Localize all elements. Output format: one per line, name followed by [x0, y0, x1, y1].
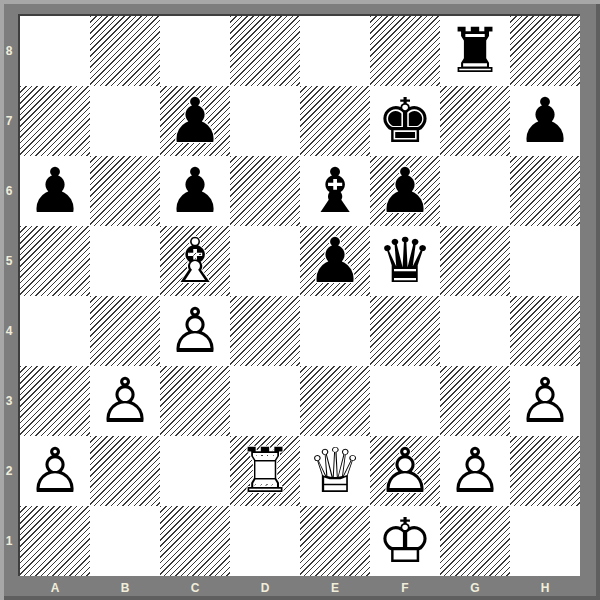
square-h3: ♟♙ — [510, 366, 580, 436]
square-g8: ♜ — [440, 16, 510, 86]
square-d5 — [230, 226, 300, 296]
square-h5 — [510, 226, 580, 296]
black-queen-piece: ♛ — [370, 226, 440, 296]
square-f7: ♚ — [370, 86, 440, 156]
white-pawn-piece: ♟♙ — [20, 436, 90, 506]
square-e4 — [300, 296, 370, 366]
square-g3 — [440, 366, 510, 436]
square-a7 — [20, 86, 90, 156]
square-c7: ♟ — [160, 86, 230, 156]
square-e1 — [300, 506, 370, 576]
file-label-d: D — [230, 578, 300, 598]
white-pawn-icon: ♙ — [160, 296, 230, 366]
black-pawn-icon: ♟ — [20, 156, 90, 226]
file-label-g: G — [440, 578, 510, 598]
square-f4 — [370, 296, 440, 366]
white-pawn-piece: ♟♙ — [160, 296, 230, 366]
square-a8 — [20, 16, 90, 86]
square-f3 — [370, 366, 440, 436]
rank-label-8: 8 — [0, 16, 18, 86]
white-bishop-icon: ♗ — [160, 226, 230, 296]
square-g5 — [440, 226, 510, 296]
white-queen-piece: ♛♕ — [300, 436, 370, 506]
square-h6 — [510, 156, 580, 226]
rank-labels: 87654321 — [0, 16, 18, 576]
square-d4 — [230, 296, 300, 366]
square-g1 — [440, 506, 510, 576]
square-d6 — [230, 156, 300, 226]
file-label-b: B — [90, 578, 160, 598]
rank-label-1: 1 — [0, 506, 18, 576]
white-queen-icon: ♕ — [300, 436, 370, 506]
square-b7 — [90, 86, 160, 156]
square-e3 — [300, 366, 370, 436]
square-a3 — [20, 366, 90, 436]
square-a6: ♟ — [20, 156, 90, 226]
black-pawn-piece: ♟ — [160, 156, 230, 226]
white-pawn-piece: ♟♙ — [90, 366, 160, 436]
square-f1: ♚♔ — [370, 506, 440, 576]
black-rook-piece: ♜ — [440, 16, 510, 86]
square-c3 — [160, 366, 230, 436]
black-pawn-piece: ♟ — [160, 86, 230, 156]
square-e7 — [300, 86, 370, 156]
white-pawn-piece: ♟♙ — [510, 366, 580, 436]
square-f2: ♟♙ — [370, 436, 440, 506]
white-rook-piece: ♜♖ — [230, 436, 300, 506]
square-h1 — [510, 506, 580, 576]
square-d3 — [230, 366, 300, 436]
square-b5 — [90, 226, 160, 296]
square-c6: ♟ — [160, 156, 230, 226]
black-pawn-piece: ♟ — [20, 156, 90, 226]
rank-label-4: 4 — [0, 296, 18, 366]
square-b8 — [90, 16, 160, 86]
rank-label-5: 5 — [0, 226, 18, 296]
square-d2: ♜♖ — [230, 436, 300, 506]
square-c1 — [160, 506, 230, 576]
square-d7 — [230, 86, 300, 156]
black-pawn-icon: ♟ — [300, 226, 370, 296]
rank-label-2: 2 — [0, 436, 18, 506]
black-bishop-piece: ♝ — [300, 156, 370, 226]
square-h2 — [510, 436, 580, 506]
chess-diagram-frame: 87654321 ABCDEFGH ♜♟♚♟♟♟♝♟♝♗♟♛♟♙♟♙♟♙♟♙♜♖… — [0, 0, 600, 600]
square-c8 — [160, 16, 230, 86]
square-c5: ♝♗ — [160, 226, 230, 296]
white-bishop-piece: ♝♗ — [160, 226, 230, 296]
square-a5 — [20, 226, 90, 296]
file-label-f: F — [370, 578, 440, 598]
square-b1 — [90, 506, 160, 576]
square-h7: ♟ — [510, 86, 580, 156]
square-e8 — [300, 16, 370, 86]
white-king-icon: ♔ — [370, 506, 440, 576]
square-a1 — [20, 506, 90, 576]
rank-label-7: 7 — [0, 86, 18, 156]
black-queen-icon: ♛ — [370, 226, 440, 296]
white-pawn-icon: ♙ — [440, 436, 510, 506]
black-king-piece: ♚ — [370, 86, 440, 156]
rank-label-6: 6 — [0, 156, 18, 226]
square-d1 — [230, 506, 300, 576]
rank-label-3: 3 — [0, 366, 18, 436]
black-pawn-icon: ♟ — [510, 86, 580, 156]
square-h8 — [510, 16, 580, 86]
file-label-c: C — [160, 578, 230, 598]
square-e2: ♛♕ — [300, 436, 370, 506]
white-pawn-icon: ♙ — [20, 436, 90, 506]
black-pawn-icon: ♟ — [160, 86, 230, 156]
square-g2: ♟♙ — [440, 436, 510, 506]
black-pawn-piece: ♟ — [300, 226, 370, 296]
file-label-e: E — [300, 578, 370, 598]
white-pawn-piece: ♟♙ — [440, 436, 510, 506]
square-d8 — [230, 16, 300, 86]
square-f5: ♛ — [370, 226, 440, 296]
square-b6 — [90, 156, 160, 226]
square-g4 — [440, 296, 510, 366]
black-rook-icon: ♜ — [440, 16, 510, 86]
white-pawn-icon: ♙ — [510, 366, 580, 436]
white-king-piece: ♚♔ — [370, 506, 440, 576]
square-b2 — [90, 436, 160, 506]
square-e6: ♝ — [300, 156, 370, 226]
white-pawn-icon: ♙ — [90, 366, 160, 436]
square-b4 — [90, 296, 160, 366]
black-king-icon: ♚ — [370, 86, 440, 156]
black-pawn-icon: ♟ — [370, 156, 440, 226]
square-e5: ♟ — [300, 226, 370, 296]
square-g6 — [440, 156, 510, 226]
square-g7 — [440, 86, 510, 156]
white-rook-icon: ♖ — [230, 436, 300, 506]
square-h4 — [510, 296, 580, 366]
square-f8 — [370, 16, 440, 86]
file-label-a: A — [20, 578, 90, 598]
black-bishop-icon: ♝ — [300, 156, 370, 226]
square-f6: ♟ — [370, 156, 440, 226]
file-labels: ABCDEFGH — [20, 578, 580, 598]
white-pawn-icon: ♙ — [370, 436, 440, 506]
black-pawn-piece: ♟ — [510, 86, 580, 156]
black-pawn-piece: ♟ — [370, 156, 440, 226]
black-pawn-icon: ♟ — [160, 156, 230, 226]
square-a2: ♟♙ — [20, 436, 90, 506]
file-label-h: H — [510, 578, 580, 598]
square-b3: ♟♙ — [90, 366, 160, 436]
square-a4 — [20, 296, 90, 366]
square-c2 — [160, 436, 230, 506]
chess-board: ♜♟♚♟♟♟♝♟♝♗♟♛♟♙♟♙♟♙♟♙♜♖♛♕♟♙♟♙♚♔ — [18, 14, 580, 576]
square-c4: ♟♙ — [160, 296, 230, 366]
white-pawn-piece: ♟♙ — [370, 436, 440, 506]
